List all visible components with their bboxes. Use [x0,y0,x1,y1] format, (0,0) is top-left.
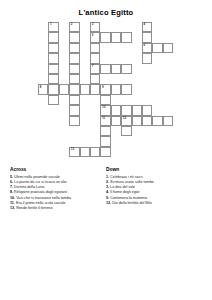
down-header: Down [106,167,206,172]
grid-cell[interactable]: 8 [38,84,48,94]
cell-number: 8 [40,86,42,89]
empty-cell [59,136,69,146]
empty-cell [38,136,48,146]
clue-text: La pianta da cui si ricava un olio [14,180,66,184]
empty-cell [152,95,162,105]
empty-cell [80,43,90,53]
empty-cell [163,136,173,146]
grid-cell[interactable]: 1 [48,22,58,32]
empty-cell [163,126,173,136]
empty-cell [152,22,162,32]
empty-cell [38,126,48,136]
empty-cell [111,53,121,63]
down-list: 1. Celebrava i riti sacri2. Scrittura us… [106,175,206,206]
across-list: 5. Ultimi nella piramide sociale6. La pi… [10,175,104,211]
grid-cell[interactable]: 10 [100,105,110,115]
cell-number: 7 [92,65,94,68]
empty-cell [121,53,131,63]
empty-cell [163,105,173,115]
empty-cell [59,74,69,84]
empty-cell [38,116,48,126]
empty-cell [142,126,152,136]
empty-cell [152,64,162,74]
clue-text: Rende fertile il terreno [16,206,52,210]
empty-cell [80,22,90,32]
down-clues-section: Down 1. Celebrava i riti sacri2. Scrittu… [106,167,206,206]
empty-cell [152,136,162,146]
grid-cell[interactable] [90,53,100,63]
empty-cell [90,136,100,146]
empty-cell [90,126,100,136]
grid-cell[interactable] [111,32,121,42]
empty-cell [152,84,162,94]
empty-cell [132,43,142,53]
empty-cell [132,84,142,94]
empty-cell [152,147,162,157]
empty-cell [80,126,90,136]
clue-text: Religione praticata dagli egiziani [14,190,67,194]
grid-cell[interactable] [111,105,121,115]
clue-text: Dio della fertilità del Nilo [112,201,152,205]
empty-cell [132,53,142,63]
empty-cell [80,116,90,126]
across-header: Across [10,167,104,172]
grid-cell[interactable] [69,116,79,126]
cell-number: 2 [71,23,73,26]
empty-cell [59,64,69,74]
empty-cell [163,32,173,42]
cell-number: 13 [71,148,74,151]
empty-cell [121,43,131,53]
grid-cell[interactable] [80,84,90,94]
grid-cell[interactable] [100,32,110,42]
empty-cell [38,74,48,84]
clue-item: 12. Dio della fertilità del Nilo [106,201,206,206]
grid-cell[interactable] [48,74,58,84]
empty-cell [163,84,173,94]
empty-cell [48,147,58,157]
clue-item: 13. Rende fertile il terreno [10,206,104,211]
empty-cell [132,32,142,42]
grid-cell[interactable] [48,53,58,63]
cell-number: 1 [50,23,52,26]
cell-number: 5 [92,34,94,37]
grid-cell[interactable]: 9 [100,84,110,94]
grid-cell[interactable] [100,95,110,105]
empty-cell [38,32,48,42]
grid-cell[interactable] [90,84,100,94]
clue-text: Vasi che si trovavano nella tomba [16,196,71,200]
empty-cell [38,22,48,32]
empty-cell [80,136,90,146]
grid-cell[interactable] [59,84,69,94]
cell-number: 6 [144,44,146,47]
cell-number: 10 [102,106,105,109]
empty-cell [142,74,152,84]
clue-text: Scrittura usata sulle tombe [110,180,154,184]
empty-cell [80,95,90,105]
empty-cell [111,95,121,105]
grid-cell[interactable] [152,43,162,53]
empty-cell [152,105,162,115]
grid-cell[interactable] [48,95,58,105]
empty-cell [59,95,69,105]
grid-cell[interactable] [111,116,121,126]
grid-cell[interactable] [69,74,79,84]
grid-cell[interactable] [69,84,79,94]
empty-cell [121,22,131,32]
empty-cell [163,147,173,157]
empty-cell [142,84,152,94]
empty-cell [142,147,152,157]
grid-cell[interactable] [48,32,58,42]
empty-cell [69,136,79,146]
empty-cell [80,32,90,42]
empty-cell [132,95,142,105]
empty-cell [59,105,69,115]
grid-cell[interactable] [121,32,131,42]
cell-number: 3 [92,23,94,26]
empty-cell [38,147,48,157]
empty-cell [111,147,121,157]
grid-cell[interactable]: 3 [90,22,100,32]
clue-text: La dea del sole [110,185,135,189]
grid-cell[interactable] [69,32,79,42]
clue-text: Il fiume degli egizi [110,190,139,194]
grid-cell[interactable] [121,64,131,74]
empty-cell [48,116,58,126]
clue-text: Era il primo nella scala sociale [16,201,66,205]
grid-cell[interactable] [48,43,58,53]
empty-cell [100,43,110,53]
empty-cell [121,95,131,105]
empty-cell [163,53,173,63]
empty-cell [142,136,152,146]
grid-cell[interactable] [132,116,142,126]
empty-cell [80,64,90,74]
empty-cell [121,136,131,146]
empty-cell [152,126,162,136]
empty-cell [111,43,121,53]
empty-cell [121,74,131,84]
empty-cell [142,64,152,74]
empty-cell [80,74,90,84]
empty-cell [59,43,69,53]
grid-cell[interactable]: 11 [100,116,110,126]
empty-cell [100,53,110,63]
empty-cell [142,95,152,105]
cell-number: 12 [123,117,126,120]
grid-cell[interactable] [69,105,79,115]
empty-cell [132,126,142,136]
empty-cell [80,105,90,115]
empty-cell [90,105,100,115]
empty-cell [152,32,162,42]
clue-text: Celebrava i riti sacri [110,175,142,179]
grid-cell[interactable] [80,147,90,157]
grid-cell[interactable]: 13 [69,147,79,157]
empty-cell [59,32,69,42]
grid-cell[interactable]: 12 [121,116,131,126]
empty-cell [59,53,69,63]
empty-cell [100,22,110,32]
cell-number: 4 [144,23,146,26]
grid-cell[interactable] [163,43,173,53]
empty-cell [38,53,48,63]
empty-cell [38,64,48,74]
grid-cell[interactable] [48,64,58,74]
empty-cell [59,22,69,32]
empty-cell [38,105,48,115]
cell-number: 9 [102,86,104,89]
grid-cell[interactable] [100,147,110,157]
empty-cell [90,116,100,126]
empty-cell [69,126,79,136]
empty-cell [132,136,142,146]
empty-cell [48,126,58,136]
empty-cell [163,22,173,32]
grid-cell[interactable] [121,105,131,115]
empty-cell [111,22,121,32]
grid-cell[interactable] [100,126,110,136]
grid-cell[interactable] [111,84,121,94]
crossword-grid: 12345678910111213 [38,22,173,157]
empty-cell [152,74,162,84]
grid-cell[interactable] [90,43,100,53]
grid-cell[interactable]: 2 [69,22,79,32]
clue-text: Ultimi nella piramide sociale [14,175,60,179]
puzzle-title: L'antico Egitto [0,8,212,17]
empty-cell [38,43,48,53]
grid-cell[interactable] [142,116,152,126]
grid-cell[interactable] [69,64,79,74]
grid-cell[interactable] [142,105,152,115]
empty-cell [163,95,173,105]
grid-cell[interactable] [163,116,173,126]
cell-number: 11 [102,117,105,120]
grid-cell[interactable]: 7 [90,64,100,74]
empty-cell [48,136,58,146]
empty-cell [111,74,121,84]
grid-cell[interactable] [132,105,142,115]
grid-cell[interactable] [69,53,79,63]
empty-cell [38,95,48,105]
grid-cell[interactable] [90,147,100,157]
empty-cell [111,136,121,146]
empty-cell [111,126,121,136]
grid-cell[interactable] [142,53,152,63]
empty-cell [132,147,142,157]
empty-cell [90,95,100,105]
grid-cell[interactable]: 6 [142,43,152,53]
grid-cell[interactable] [90,74,100,84]
across-clues-section: Across 5. Ultimi nella piramide sociale6… [10,167,104,211]
clue-text: Conteneva la mummia [110,196,147,200]
empty-cell [121,147,131,157]
clue-text: Divinità della Luna [14,185,44,189]
grid-cell[interactable] [111,64,121,74]
grid-cell[interactable] [100,136,110,146]
empty-cell [163,64,173,74]
grid-cell[interactable] [69,95,79,105]
grid-cell[interactable] [121,84,131,94]
empty-cell [48,105,58,115]
empty-cell [59,126,69,136]
empty-cell [100,74,110,84]
grid-cell[interactable] [152,116,162,126]
empty-cell [59,147,69,157]
empty-cell [152,53,162,63]
empty-cell [132,74,142,84]
empty-cell [132,22,142,32]
grid-cell[interactable] [100,64,110,74]
grid-cell[interactable] [69,43,79,53]
grid-cell[interactable] [48,84,58,94]
grid-cell[interactable]: 4 [142,22,152,32]
empty-cell [80,53,90,63]
empty-cell [163,74,173,84]
grid-cell[interactable] [142,32,152,42]
grid-cell[interactable]: 5 [90,32,100,42]
empty-cell [132,64,142,74]
grid-cell[interactable] [121,126,131,136]
empty-cell [59,116,69,126]
